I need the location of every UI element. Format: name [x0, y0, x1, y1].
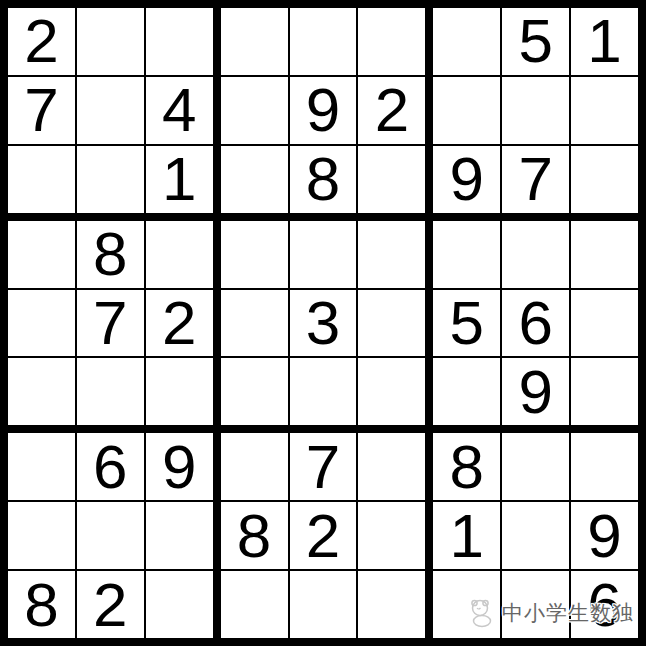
cell-r2c9[interactable]	[571, 77, 638, 144]
cell-r4c9[interactable]	[571, 221, 638, 288]
cell-r9c7[interactable]	[433, 571, 500, 638]
cell-r1c1: 2	[8, 8, 75, 75]
cell-r8c1[interactable]	[8, 502, 75, 569]
cell-r6c8: 9	[502, 358, 569, 425]
sudoku-grid: 25174921897872356969788219826	[8, 8, 638, 638]
cell-r5c1[interactable]	[8, 290, 75, 357]
cell-r8c8[interactable]	[502, 502, 569, 569]
cell-r8c4: 8	[221, 502, 288, 569]
cell-r3c9[interactable]	[571, 146, 638, 213]
cell-r5c6[interactable]	[358, 290, 425, 357]
cell-r5c7: 5	[433, 290, 500, 357]
sudoku-board: 25174921897872356969788219826 中小学生数独	[0, 0, 646, 646]
cell-r5c9[interactable]	[571, 290, 638, 357]
cell-r7c8[interactable]	[502, 433, 569, 500]
cell-r1c4[interactable]	[221, 8, 288, 75]
cell-r6c6[interactable]	[358, 358, 425, 425]
cell-r8c6[interactable]	[358, 502, 425, 569]
cell-r9c1: 8	[8, 571, 75, 638]
cell-r9c6[interactable]	[358, 571, 425, 638]
cell-r3c3: 1	[146, 146, 213, 213]
cell-r9c5[interactable]	[290, 571, 357, 638]
cell-r6c9[interactable]	[571, 358, 638, 425]
cell-r3c5: 8	[290, 146, 357, 213]
cell-r8c5: 2	[290, 502, 357, 569]
cell-r6c5[interactable]	[290, 358, 357, 425]
cell-r9c2: 2	[77, 571, 144, 638]
cell-r5c3: 2	[146, 290, 213, 357]
cell-r1c8: 5	[502, 8, 569, 75]
cell-r4c1[interactable]	[8, 221, 75, 288]
cell-r1c6[interactable]	[358, 8, 425, 75]
cell-r9c8[interactable]	[502, 571, 569, 638]
cell-r2c8[interactable]	[502, 77, 569, 144]
cell-r4c3[interactable]	[146, 221, 213, 288]
cell-r4c7[interactable]	[433, 221, 500, 288]
cell-r7c7: 8	[433, 433, 500, 500]
cell-r8c3[interactable]	[146, 502, 213, 569]
cell-r3c2[interactable]	[77, 146, 144, 213]
cell-r3c7: 9	[433, 146, 500, 213]
cell-r1c5[interactable]	[290, 8, 357, 75]
cell-r8c9: 9	[571, 502, 638, 569]
cell-r7c4[interactable]	[221, 433, 288, 500]
cell-r4c4[interactable]	[221, 221, 288, 288]
cell-r3c1[interactable]	[8, 146, 75, 213]
cell-r9c4[interactable]	[221, 571, 288, 638]
cell-r7c5: 7	[290, 433, 357, 500]
cell-r4c8[interactable]	[502, 221, 569, 288]
cell-r3c8: 7	[502, 146, 569, 213]
cell-r3c6[interactable]	[358, 146, 425, 213]
cell-r2c7[interactable]	[433, 77, 500, 144]
cell-r2c2[interactable]	[77, 77, 144, 144]
cell-r3c4[interactable]	[221, 146, 288, 213]
cell-r4c2: 8	[77, 221, 144, 288]
cell-r7c3: 9	[146, 433, 213, 500]
cell-r7c2: 6	[77, 433, 144, 500]
cell-r5c8: 6	[502, 290, 569, 357]
cell-r5c4[interactable]	[221, 290, 288, 357]
cell-r7c6[interactable]	[358, 433, 425, 500]
cell-r9c3[interactable]	[146, 571, 213, 638]
cell-r1c9: 1	[571, 8, 638, 75]
cell-r6c4[interactable]	[221, 358, 288, 425]
cell-r1c3[interactable]	[146, 8, 213, 75]
cell-r6c1[interactable]	[8, 358, 75, 425]
cell-r2c6: 2	[358, 77, 425, 144]
cell-r6c3[interactable]	[146, 358, 213, 425]
cell-r5c2: 7	[77, 290, 144, 357]
cell-r5c5: 3	[290, 290, 357, 357]
cell-r1c2[interactable]	[77, 8, 144, 75]
cell-r7c9[interactable]	[571, 433, 638, 500]
cell-r6c7[interactable]	[433, 358, 500, 425]
cell-r8c2[interactable]	[77, 502, 144, 569]
cell-r2c3: 4	[146, 77, 213, 144]
cell-r4c6[interactable]	[358, 221, 425, 288]
cell-r2c1: 7	[8, 77, 75, 144]
cell-r2c4[interactable]	[221, 77, 288, 144]
cell-r9c9: 6	[571, 571, 638, 638]
cell-r6c2[interactable]	[77, 358, 144, 425]
cell-r7c1[interactable]	[8, 433, 75, 500]
cell-r8c7: 1	[433, 502, 500, 569]
cell-r4c5[interactable]	[290, 221, 357, 288]
cell-r2c5: 9	[290, 77, 357, 144]
cell-r1c7[interactable]	[433, 8, 500, 75]
